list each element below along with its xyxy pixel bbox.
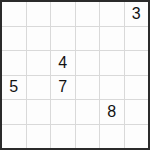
clue-number: 3 (132, 6, 141, 22)
cell-r6c4[interactable] (76, 125, 100, 149)
cell-r4c5[interactable] (100, 76, 124, 100)
cell-r2c2[interactable] (27, 27, 51, 51)
cell-r3c2[interactable] (27, 51, 51, 75)
cell-r4c3[interactable]: 7 (51, 76, 75, 100)
cell-r2c6[interactable] (125, 27, 149, 51)
cell-r2c4[interactable] (76, 27, 100, 51)
cell-r6c1[interactable] (2, 125, 26, 149)
cell-r1c4[interactable] (76, 2, 100, 26)
cell-r3c4[interactable] (76, 51, 100, 75)
clue-number: 7 (58, 79, 67, 95)
cell-r4c1[interactable]: 5 (2, 76, 26, 100)
cell-r5c4[interactable] (76, 100, 100, 124)
cell-r1c6[interactable]: 3 (125, 2, 149, 26)
cell-r2c3[interactable] (51, 27, 75, 51)
cell-r3c6[interactable] (125, 51, 149, 75)
cell-r2c5[interactable] (100, 27, 124, 51)
cell-r4c6[interactable] (125, 76, 149, 100)
cell-r3c1[interactable] (2, 51, 26, 75)
cell-r6c2[interactable] (27, 125, 51, 149)
cell-r5c6[interactable] (125, 100, 149, 124)
cell-r5c2[interactable] (27, 100, 51, 124)
clue-number: 5 (9, 79, 18, 95)
cell-r5c3[interactable] (51, 100, 75, 124)
cell-r6c3[interactable] (51, 125, 75, 149)
cell-r3c3[interactable]: 4 (51, 51, 75, 75)
cell-r1c3[interactable] (51, 2, 75, 26)
clue-number: 4 (58, 55, 67, 71)
clue-number: 8 (107, 104, 116, 120)
cell-r1c5[interactable] (100, 2, 124, 26)
cell-r2c1[interactable] (2, 27, 26, 51)
puzzle-board: 34578 (0, 0, 150, 150)
cell-r6c5[interactable] (100, 125, 124, 149)
cell-r6c6[interactable] (125, 125, 149, 149)
cell-r3c5[interactable] (100, 51, 124, 75)
cell-r5c5[interactable]: 8 (100, 100, 124, 124)
cell-r5c1[interactable] (2, 100, 26, 124)
cell-r1c1[interactable] (2, 2, 26, 26)
cell-r4c4[interactable] (76, 76, 100, 100)
cell-r4c2[interactable] (27, 76, 51, 100)
cell-r1c2[interactable] (27, 2, 51, 26)
